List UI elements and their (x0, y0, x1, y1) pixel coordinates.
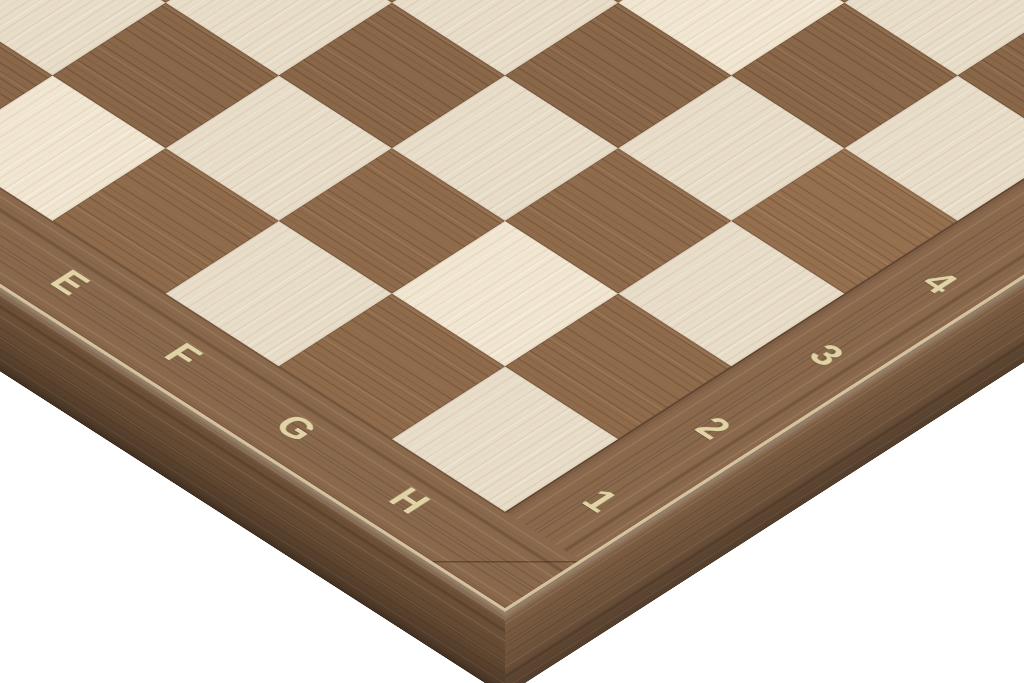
square-h2 (505, 294, 731, 439)
square-h5 (844, 75, 1024, 220)
square-g2 (392, 221, 618, 366)
square-g1 (279, 294, 505, 439)
square-f3 (392, 75, 618, 220)
square-g4 (618, 75, 844, 220)
square-g6 (844, 0, 1024, 75)
square-d2 (52, 3, 278, 148)
square-c3 (52, 0, 278, 3)
square-e4 (392, 0, 618, 75)
file-label: E (43, 265, 97, 300)
square-f1 (166, 221, 392, 366)
square-c1 (0, 3, 52, 148)
rank-label: 3 (801, 339, 852, 372)
square-e5 (505, 0, 731, 3)
square-e3 (279, 3, 505, 148)
rank-label: 2 (688, 411, 739, 444)
square-c2 (0, 0, 166, 75)
square-h6 (958, 3, 1024, 148)
rank-label-cell-5: 5 (958, 148, 1024, 271)
square-f4 (505, 3, 731, 148)
product-photo-scene: ABCDEFGH 87654321 (0, 0, 1024, 683)
square-g5 (731, 3, 957, 148)
square-d3 (166, 0, 392, 75)
rank-label: 4 (915, 266, 966, 299)
square-e2 (166, 75, 392, 220)
square-f2 (279, 148, 505, 293)
square-e1 (52, 148, 278, 293)
rank-label: 1 (575, 484, 626, 517)
board-top-face: ABCDEFGH 87654321 (0, 0, 1024, 612)
square-h1 (392, 366, 618, 511)
file-label-cell-d: D (0, 148, 52, 271)
square-d1 (0, 75, 166, 220)
square-f6 (731, 0, 957, 3)
square-h3 (618, 221, 844, 366)
square-g3 (505, 148, 731, 293)
square-h4 (731, 148, 957, 293)
file-label: F (157, 338, 209, 372)
file-label: H (382, 482, 438, 518)
file-label: G (267, 409, 325, 446)
square-d4 (279, 0, 505, 3)
chessboard: ABCDEFGH 87654321 (0, 0, 1024, 612)
square-f5 (618, 0, 844, 75)
square-b2 (0, 0, 52, 3)
square-g7 (958, 0, 1024, 3)
